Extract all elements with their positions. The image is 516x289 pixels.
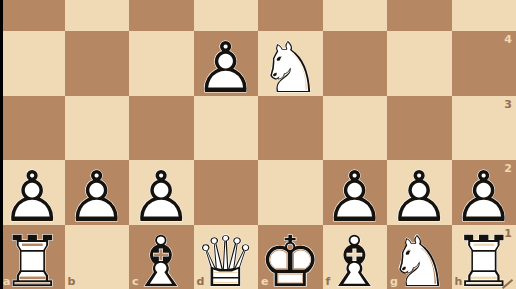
square-e1[interactable]: e♚♔	[258, 225, 323, 289]
square-e4[interactable]: ♞♘	[258, 31, 323, 96]
piece-white-pawn-f2[interactable]: ♟♙	[323, 160, 388, 225]
rook-glyph-outline: ♖	[1, 227, 64, 289]
square-f4[interactable]	[323, 31, 388, 96]
file-label-b: b	[68, 276, 76, 287]
piece-white-pawn-g2[interactable]: ♟♙	[387, 160, 452, 225]
square-c2[interactable]: ♟♙	[129, 160, 194, 225]
square-h4[interactable]: 4	[452, 31, 516, 96]
square-f3[interactable]	[323, 96, 388, 161]
square-d3[interactable]	[194, 96, 259, 161]
square-f5[interactable]	[323, 0, 388, 31]
square-g5[interactable]	[387, 0, 452, 31]
square-h1[interactable]: h1♜♖	[452, 225, 516, 289]
piece-white-pawn-b2[interactable]: ♟♙	[65, 160, 130, 225]
square-b4[interactable]	[65, 31, 130, 96]
square-h5[interactable]: 5	[452, 0, 516, 31]
piece-white-bishop-f1[interactable]: ♝♗	[323, 225, 388, 289]
square-h2[interactable]: 2♟♙	[452, 160, 516, 225]
square-g2[interactable]: ♟♙	[387, 160, 452, 225]
square-b2[interactable]: ♟♙	[65, 160, 130, 225]
piece-white-queen-d1[interactable]: ♛♕	[194, 225, 259, 289]
square-a2[interactable]: ♟♙	[0, 160, 65, 225]
rank-label-3: 3	[504, 99, 512, 110]
piece-white-knight-e4[interactable]: ♞♘	[258, 31, 323, 96]
square-a3[interactable]	[0, 96, 65, 161]
bishop-glyph-outline: ♗	[130, 227, 193, 289]
piece-white-pawn-a2[interactable]: ♟♙	[0, 160, 65, 225]
king-glyph-outline: ♔	[259, 227, 322, 289]
rank-label-4: 4	[504, 34, 512, 45]
square-d1[interactable]: d♛♕	[194, 225, 259, 289]
piece-white-pawn-h2[interactable]: ♟♙	[452, 160, 516, 225]
square-d4[interactable]: ♟♙	[194, 31, 259, 96]
square-d2[interactable]	[194, 160, 259, 225]
square-a5[interactable]	[0, 0, 65, 31]
piece-white-pawn-c2[interactable]: ♟♙	[129, 160, 194, 225]
square-b1[interactable]: b	[65, 225, 130, 289]
pawn-glyph-outline: ♙	[65, 162, 128, 232]
square-g3[interactable]	[387, 96, 452, 161]
chess-board-viewport: 8765♟♙♞♘43♟♙♟♙♟♙♟♙♟♙2♟♙a♜♖bc♝♗d♛♕e♚♔f♝♗g…	[0, 0, 516, 289]
square-a1[interactable]: a♜♖	[0, 225, 65, 289]
square-e2[interactable]	[258, 160, 323, 225]
knight-glyph-outline: ♘	[259, 33, 322, 103]
knight-glyph-outline: ♘	[388, 227, 451, 289]
square-e3[interactable]	[258, 96, 323, 161]
square-b3[interactable]	[65, 96, 130, 161]
pawn-glyph-outline: ♙	[194, 33, 257, 103]
chess-board: 8765♟♙♞♘43♟♙♟♙♟♙♟♙♟♙2♟♙a♜♖bc♝♗d♛♕e♚♔f♝♗g…	[0, 0, 516, 289]
square-f1[interactable]: f♝♗	[323, 225, 388, 289]
square-b5[interactable]	[65, 0, 130, 31]
square-a4[interactable]	[0, 31, 65, 96]
square-c3[interactable]	[129, 96, 194, 161]
piece-white-king-e1[interactable]: ♚♔	[258, 225, 323, 289]
piece-white-knight-g1[interactable]: ♞♘	[387, 225, 452, 289]
piece-white-pawn-d4[interactable]: ♟♙	[194, 31, 259, 96]
square-g4[interactable]	[387, 31, 452, 96]
bishop-glyph-outline: ♗	[323, 227, 386, 289]
piece-white-bishop-c1[interactable]: ♝♗	[129, 225, 194, 289]
piece-white-rook-a1[interactable]: ♜♖	[0, 225, 65, 289]
square-c5[interactable]	[129, 0, 194, 31]
left-edge-strip	[0, 0, 3, 289]
piece-white-rook-h1[interactable]: ♜♖	[452, 225, 516, 289]
square-c1[interactable]: c♝♗	[129, 225, 194, 289]
queen-glyph-outline: ♕	[194, 227, 257, 289]
square-h3[interactable]: 3	[452, 96, 516, 161]
square-g1[interactable]: g♞♘	[387, 225, 452, 289]
square-c4[interactable]	[129, 31, 194, 96]
square-f2[interactable]: ♟♙	[323, 160, 388, 225]
rook-glyph-outline: ♖	[452, 227, 515, 289]
